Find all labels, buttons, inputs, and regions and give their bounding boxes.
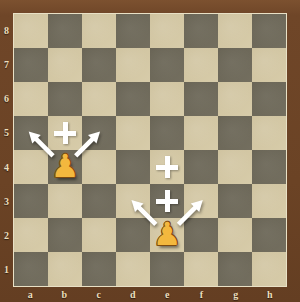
rank-label-2: 2 <box>0 219 13 253</box>
square-d5[interactable] <box>116 116 150 150</box>
file-label-h: h <box>253 288 287 301</box>
square-a4[interactable] <box>14 150 48 184</box>
square-h3[interactable] <box>252 184 286 218</box>
file-label-f: f <box>184 288 218 301</box>
square-h8[interactable] <box>252 14 286 48</box>
square-h7[interactable] <box>252 48 286 82</box>
square-h6[interactable] <box>252 82 286 116</box>
square-d6[interactable] <box>116 82 150 116</box>
square-d7[interactable] <box>116 48 150 82</box>
chess-board-frame: 87654321 abcdefgh ♟♟ <box>0 0 300 302</box>
move-marker-b5 <box>54 122 76 144</box>
square-d1[interactable] <box>116 252 150 286</box>
square-g2[interactable] <box>218 218 252 252</box>
file-labels: abcdefgh <box>13 288 287 301</box>
rank-label-7: 7 <box>0 47 13 81</box>
square-e4[interactable] <box>150 150 184 184</box>
square-f2[interactable] <box>184 218 218 252</box>
square-b1[interactable] <box>48 252 82 286</box>
square-h4[interactable] <box>252 150 286 184</box>
rank-label-1: 1 <box>0 253 13 287</box>
square-a3[interactable] <box>14 184 48 218</box>
move-marker-e4 <box>156 156 178 178</box>
file-label-g: g <box>219 288 253 301</box>
rank-label-5: 5 <box>0 116 13 150</box>
square-b3[interactable] <box>48 184 82 218</box>
square-f7[interactable] <box>184 48 218 82</box>
file-label-a: a <box>13 288 47 301</box>
square-a1[interactable] <box>14 252 48 286</box>
file-label-d: d <box>116 288 150 301</box>
square-g6[interactable] <box>218 82 252 116</box>
square-b7[interactable] <box>48 48 82 82</box>
square-e6[interactable] <box>150 82 184 116</box>
square-e8[interactable] <box>150 14 184 48</box>
rank-label-3: 3 <box>0 184 13 218</box>
file-label-b: b <box>47 288 81 301</box>
square-c5[interactable] <box>82 116 116 150</box>
square-f6[interactable] <box>184 82 218 116</box>
square-d3[interactable] <box>116 184 150 218</box>
square-h5[interactable] <box>252 116 286 150</box>
rank-label-4: 4 <box>0 150 13 184</box>
square-g5[interactable] <box>218 116 252 150</box>
white-pawn-b4[interactable]: ♟ <box>51 150 80 182</box>
square-e2[interactable]: ♟ <box>150 218 184 252</box>
square-d4[interactable] <box>116 150 150 184</box>
square-g3[interactable] <box>218 184 252 218</box>
file-label-e: e <box>150 288 184 301</box>
square-f1[interactable] <box>184 252 218 286</box>
rank-label-8: 8 <box>0 13 13 47</box>
square-f3[interactable] <box>184 184 218 218</box>
square-h1[interactable] <box>252 252 286 286</box>
square-b6[interactable] <box>48 82 82 116</box>
square-g8[interactable] <box>218 14 252 48</box>
square-b4[interactable]: ♟ <box>48 150 82 184</box>
square-a8[interactable] <box>14 14 48 48</box>
square-c8[interactable] <box>82 14 116 48</box>
square-b8[interactable] <box>48 14 82 48</box>
square-c1[interactable] <box>82 252 116 286</box>
square-a2[interactable] <box>14 218 48 252</box>
move-marker-e3 <box>156 190 178 212</box>
square-g7[interactable] <box>218 48 252 82</box>
square-g4[interactable] <box>218 150 252 184</box>
square-a6[interactable] <box>14 82 48 116</box>
file-label-c: c <box>82 288 116 301</box>
square-a7[interactable] <box>14 48 48 82</box>
square-d8[interactable] <box>116 14 150 48</box>
square-c7[interactable] <box>82 48 116 82</box>
square-f5[interactable] <box>184 116 218 150</box>
square-c3[interactable] <box>82 184 116 218</box>
square-d2[interactable] <box>116 218 150 252</box>
square-g1[interactable] <box>218 252 252 286</box>
square-e7[interactable] <box>150 48 184 82</box>
square-f8[interactable] <box>184 14 218 48</box>
white-pawn-e2[interactable]: ♟ <box>153 218 182 250</box>
square-c6[interactable] <box>82 82 116 116</box>
square-h2[interactable] <box>252 218 286 252</box>
square-b2[interactable] <box>48 218 82 252</box>
square-a5[interactable] <box>14 116 48 150</box>
board: ♟♟ <box>13 13 287 287</box>
square-f4[interactable] <box>184 150 218 184</box>
square-c2[interactable] <box>82 218 116 252</box>
square-e5[interactable] <box>150 116 184 150</box>
rank-labels: 87654321 <box>0 13 13 287</box>
square-c4[interactable] <box>82 150 116 184</box>
square-e3[interactable] <box>150 184 184 218</box>
rank-label-6: 6 <box>0 82 13 116</box>
square-b5[interactable] <box>48 116 82 150</box>
square-e1[interactable] <box>150 252 184 286</box>
